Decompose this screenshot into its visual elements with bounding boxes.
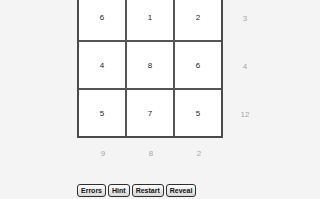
col-target-2: 2 <box>175 149 223 158</box>
grid-cell-r0c1[interactable]: 1 <box>127 0 173 40</box>
grid-cell-r2c2[interactable]: 5 <box>175 90 221 136</box>
grid-cell-r2c0[interactable]: 5 <box>79 90 125 136</box>
col-target-0: 9 <box>79 149 127 158</box>
row-targets: 3 4 12 <box>223 0 267 138</box>
col-target-1: 8 <box>127 149 175 158</box>
hint-button[interactable]: Hint <box>108 184 130 197</box>
col-targets: 9 8 2 <box>79 149 223 158</box>
grid-cell-r1c0[interactable]: 4 <box>79 42 125 88</box>
board-area: 6 1 2 4 8 6 5 7 5 3 4 12 9 8 2 Errors Hi… <box>77 0 223 158</box>
row-target-2: 12 <box>223 90 267 138</box>
errors-button[interactable]: Errors <box>77 184 106 197</box>
sumplete-board: 6 1 2 4 8 6 5 7 5 <box>77 0 223 138</box>
row-target-0: 3 <box>223 0 267 42</box>
grid-cell-r1c1[interactable]: 8 <box>127 42 173 88</box>
grid-cell-r0c0[interactable]: 6 <box>79 0 125 40</box>
restart-button[interactable]: Restart <box>132 184 164 197</box>
grid-cell-r0c2[interactable]: 2 <box>175 0 221 40</box>
puzzle-page: 6 1 2 4 8 6 5 7 5 3 4 12 9 8 2 Errors Hi… <box>0 0 320 199</box>
reveal-button[interactable]: Reveal <box>166 184 197 197</box>
toolbar: Errors Hint Restart Reveal <box>77 184 196 197</box>
grid-cell-r1c2[interactable]: 6 <box>175 42 221 88</box>
row-target-1: 4 <box>223 42 267 90</box>
grid-cell-r2c1[interactable]: 7 <box>127 90 173 136</box>
